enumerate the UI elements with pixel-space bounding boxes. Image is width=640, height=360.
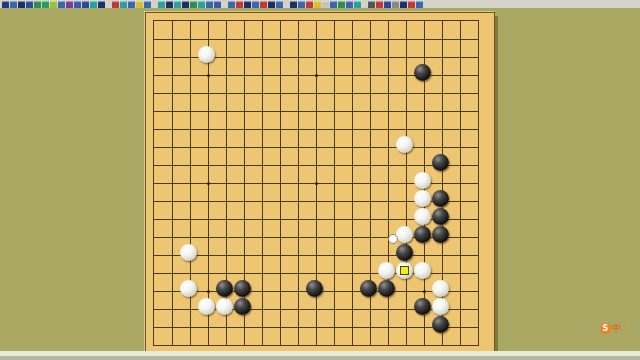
toolbar-icon[interactable] <box>166 1 173 8</box>
toolbar <box>0 0 640 8</box>
grid-line <box>154 327 478 328</box>
toolbar-icon[interactable] <box>98 1 105 8</box>
toolbar-icon[interactable] <box>260 1 267 8</box>
toolbar-icon[interactable] <box>90 1 97 8</box>
toolbar-group <box>290 0 362 8</box>
star-point <box>315 182 318 185</box>
toolbar-icon[interactable] <box>330 1 337 8</box>
white-stone-Q10 <box>414 172 431 189</box>
star-point <box>207 74 210 77</box>
toolbar-icon[interactable] <box>50 1 57 8</box>
toolbar-icon[interactable] <box>128 1 135 8</box>
window-bottom-edge <box>0 356 640 360</box>
toolbar-icon[interactable] <box>384 1 391 8</box>
grid-line <box>334 21 335 345</box>
white-stone-C4 <box>180 280 197 297</box>
cursor-stone-preview-icon <box>388 234 398 244</box>
white-stone-D3 <box>198 298 215 315</box>
white-stone-C6 <box>180 244 197 261</box>
white-stone-Q8 <box>414 208 431 225</box>
toolbar-icon[interactable] <box>136 1 143 8</box>
toolbar-icon[interactable] <box>42 1 49 8</box>
black-stone-Q7 <box>414 226 431 243</box>
toolbar-icon[interactable] <box>2 1 9 8</box>
toolbar-icon[interactable] <box>298 1 305 8</box>
watermark-glyph: ⌐ <box>629 323 637 334</box>
black-stone-O4 <box>378 280 395 297</box>
toolbar-icon[interactable] <box>236 1 243 8</box>
black-stone-E4 <box>216 280 233 297</box>
black-stone-F4 <box>234 280 251 297</box>
toolbar-icon[interactable] <box>338 1 345 8</box>
black-stone-R8 <box>432 208 449 225</box>
toolbar-icon[interactable] <box>66 1 73 8</box>
white-stone-P12 <box>396 136 413 153</box>
grid-line <box>406 21 407 345</box>
toolbar-icon[interactable] <box>214 1 221 8</box>
toolbar-icon[interactable] <box>252 1 259 8</box>
black-stone-R11 <box>432 154 449 171</box>
toolbar-group <box>112 0 152 8</box>
toolbar-icon[interactable] <box>376 1 383 8</box>
toolbar-icon[interactable] <box>290 1 297 8</box>
toolbar-icon[interactable] <box>206 1 213 8</box>
watermark-glyph: 中 <box>612 323 621 334</box>
toolbar-icon[interactable] <box>144 1 151 8</box>
watermark-note-icon: ♪ <box>622 323 628 334</box>
white-stone-O5 <box>378 262 395 279</box>
white-stone-R4 <box>432 280 449 297</box>
toolbar-icon[interactable] <box>346 1 353 8</box>
toolbar-icon[interactable] <box>18 1 25 8</box>
toolbar-icon[interactable] <box>190 1 197 8</box>
toolbar-icon[interactable] <box>58 1 65 8</box>
toolbar-icon[interactable] <box>354 1 361 8</box>
black-stone-R7 <box>432 226 449 243</box>
white-stone-P5 <box>396 262 413 279</box>
black-stone-P6 <box>396 244 413 261</box>
white-stone-Q5 <box>414 262 431 279</box>
watermark-s-logo-icon: S <box>600 323 611 334</box>
toolbar-icon[interactable] <box>392 1 399 8</box>
toolbar-icon[interactable] <box>174 1 181 8</box>
black-stone-Q16 <box>414 64 431 81</box>
toolbar-icon[interactable] <box>74 1 81 8</box>
black-stone-K4 <box>306 280 323 297</box>
grid-line <box>460 21 461 345</box>
star-point <box>207 290 210 293</box>
toolbar-icon[interactable] <box>158 1 165 8</box>
toolbar-icon[interactable] <box>34 1 41 8</box>
toolbar-icon[interactable] <box>400 1 407 8</box>
toolbar-icon[interactable] <box>182 1 189 8</box>
toolbar-group <box>158 0 222 8</box>
toolbar-icon[interactable] <box>314 1 321 8</box>
toolbar-icon[interactable] <box>228 1 235 8</box>
go-board[interactable] <box>145 12 495 352</box>
white-stone-R3 <box>432 298 449 315</box>
star-point <box>207 182 210 185</box>
toolbar-group <box>228 0 284 8</box>
white-stone-E3 <box>216 298 233 315</box>
black-stone-F3 <box>234 298 251 315</box>
toolbar-icon[interactable] <box>408 1 415 8</box>
toolbar-icon[interactable] <box>112 1 119 8</box>
toolbar-icon[interactable] <box>244 1 251 8</box>
black-stone-R9 <box>432 190 449 207</box>
watermark: S 中 ♪ ⌐ ☰ <box>600 322 640 335</box>
grid-line <box>154 255 478 256</box>
grid-line <box>352 21 353 345</box>
white-stone-Q9 <box>414 190 431 207</box>
toolbar-icon[interactable] <box>26 1 33 8</box>
star-point <box>315 74 318 77</box>
toolbar-icon[interactable] <box>120 1 127 8</box>
star-point <box>423 290 426 293</box>
toolbar-icon[interactable] <box>10 1 17 8</box>
black-stone-Q3 <box>414 298 431 315</box>
toolbar-icon[interactable] <box>416 1 423 8</box>
black-stone-R2 <box>432 316 449 333</box>
toolbar-icon[interactable] <box>368 1 375 8</box>
toolbar-icon[interactable] <box>268 1 275 8</box>
board-grid <box>153 20 479 346</box>
white-stone-D17 <box>198 46 215 63</box>
toolbar-icon[interactable] <box>82 1 89 8</box>
last-move-marker <box>400 266 409 275</box>
white-stone-P7 <box>396 226 413 243</box>
toolbar-icon[interactable] <box>322 1 329 8</box>
toolbar-icon[interactable] <box>306 1 313 8</box>
toolbar-group <box>2 0 106 8</box>
toolbar-icon[interactable] <box>198 1 205 8</box>
toolbar-group <box>368 0 424 8</box>
black-stone-N4 <box>360 280 377 297</box>
toolbar-icon[interactable] <box>276 1 283 8</box>
